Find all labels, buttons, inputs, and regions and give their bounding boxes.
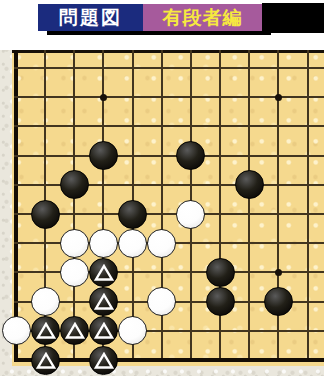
black-stone: [235, 170, 264, 199]
problem-diagram-label: 問題図: [59, 8, 122, 27]
white-stone: [60, 258, 89, 287]
white-stone: [118, 316, 147, 345]
triangle-mark: [94, 322, 114, 340]
black-stone: [206, 287, 235, 316]
white-stone: [147, 287, 176, 316]
triangle-mark: [94, 293, 114, 311]
black-stone: [60, 316, 89, 345]
star-point: [100, 94, 107, 101]
grid-line: [14, 125, 324, 127]
white-stone: [118, 229, 147, 258]
white-stone: [2, 316, 31, 345]
dan-level-label: 有段者編: [163, 8, 243, 27]
dan-level-badge: 有段者編: [143, 4, 262, 31]
header: 問題図 有段者編: [0, 0, 324, 50]
black-stone: [31, 200, 60, 229]
black-stone: [89, 287, 118, 316]
black-stone: [89, 316, 118, 345]
white-stone: [31, 287, 60, 316]
black-stone: [60, 170, 89, 199]
white-stone: [147, 229, 176, 258]
white-stone: [60, 229, 89, 258]
white-stone: [89, 229, 118, 258]
grid-line: [14, 213, 324, 215]
triangle-mark: [94, 352, 114, 370]
screen: 問題図 有段者編: [0, 0, 324, 376]
black-stone: [176, 141, 205, 170]
star-point: [275, 94, 282, 101]
black-stone: [118, 200, 147, 229]
black-stone: [89, 258, 118, 287]
star-point: [275, 269, 282, 276]
triangle-mark: [65, 322, 85, 340]
black-stone: [31, 316, 60, 345]
header-black-panel: [262, 3, 324, 33]
white-stone: [176, 200, 205, 229]
go-board[interactable]: [12, 50, 324, 366]
grid-line: [14, 358, 324, 362]
triangle-mark: [94, 264, 114, 282]
grid-line: [14, 67, 324, 69]
triangle-mark: [36, 322, 56, 340]
grid-line: [14, 155, 324, 157]
black-stone: [89, 141, 118, 170]
black-stone: [31, 346, 60, 375]
black-stone: [264, 287, 293, 316]
black-stone: [89, 346, 118, 375]
black-stone: [206, 258, 235, 287]
triangle-mark: [36, 352, 56, 370]
problem-diagram-badge: 問題図: [38, 4, 143, 31]
